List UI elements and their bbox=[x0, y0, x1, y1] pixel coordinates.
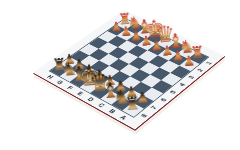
chess-set-photo: ♜♞♝♚♛♝♞♜♟♟♟♟♟♟♟♟♟♟♟♟♟♟♟♟♜♞♝♚♛♝♞♜ HGFEDCB… bbox=[0, 0, 240, 150]
chess-board: ♜♞♝♚♛♝♞♜♟♟♟♟♟♟♟♟♟♟♟♟♟♟♟♟♜♞♝♚♛♝♞♜ HGFEDCB… bbox=[33, 10, 225, 129]
white-pawn-icon: ♟ bbox=[175, 53, 202, 69]
board-squares: ♜♞♝♚♛♝♞♜♟♟♟♟♟♟♟♟♟♟♟♟♟♟♟♟♜♞♝♚♛♝♞♜ bbox=[50, 19, 208, 117]
